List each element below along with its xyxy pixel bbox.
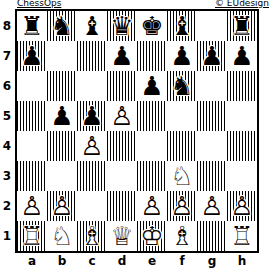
square-f3[interactable]: ♞♘: [167, 161, 197, 191]
piece-white-pawn[interactable]: ♙: [77, 131, 107, 161]
square-g7[interactable]: ♟: [197, 41, 227, 71]
square-f8[interactable]: ♝: [167, 11, 197, 41]
piece-black-pawn[interactable]: ♟: [107, 41, 137, 71]
square-c1[interactable]: ♝♗: [77, 221, 107, 251]
file-label-e: e: [137, 254, 167, 268]
file-label-g: g: [197, 254, 227, 268]
piece-white-pawn[interactable]: ♙: [227, 191, 257, 221]
square-d1[interactable]: ♛♕: [107, 221, 137, 251]
square-b2[interactable]: ♟♙: [47, 191, 77, 221]
piece-black-pawn[interactable]: ♟: [197, 41, 227, 71]
piece-black-pawn[interactable]: ♟: [47, 101, 77, 131]
square-b3[interactable]: [47, 161, 77, 191]
piece-black-bishop[interactable]: ♝: [77, 11, 107, 41]
piece-black-king[interactable]: ♚: [137, 11, 167, 41]
square-a2[interactable]: ♟♙: [17, 191, 47, 221]
piece-black-rook[interactable]: ♜: [227, 11, 257, 41]
square-e7[interactable]: [137, 41, 167, 71]
piece-white-rook[interactable]: ♖: [17, 221, 47, 251]
square-e6[interactable]: ♟: [137, 71, 167, 101]
square-c5[interactable]: ♟: [77, 101, 107, 131]
file-label-d: d: [107, 254, 137, 268]
square-g6[interactable]: [197, 71, 227, 101]
piece-black-knight[interactable]: ♞: [47, 11, 77, 41]
rank-label-6: 6: [0, 71, 14, 101]
rank-label-2: 2: [0, 191, 14, 221]
square-g3[interactable]: [197, 161, 227, 191]
square-a5[interactable]: [17, 101, 47, 131]
piece-black-bishop[interactable]: ♝: [167, 11, 197, 41]
file-label-b: b: [47, 254, 77, 268]
copyright-text: © EUdesign: [215, 0, 269, 8]
square-h5[interactable]: [227, 101, 257, 131]
piece-white-pawn[interactable]: ♙: [107, 101, 137, 131]
square-e2[interactable]: ♟♙: [137, 191, 167, 221]
square-d2[interactable]: [107, 191, 137, 221]
square-a7[interactable]: ♟: [17, 41, 47, 71]
square-g5[interactable]: [197, 101, 227, 131]
square-b8[interactable]: ♞: [47, 11, 77, 41]
piece-black-pawn[interactable]: ♟: [137, 71, 167, 101]
piece-black-pawn[interactable]: ♟: [167, 41, 197, 71]
square-c4[interactable]: ♟♙: [77, 131, 107, 161]
square-b6[interactable]: [47, 71, 77, 101]
piece-white-knight[interactable]: ♘: [47, 221, 77, 251]
square-h1[interactable]: ♜♖: [227, 221, 257, 251]
piece-black-rook[interactable]: ♜: [17, 11, 47, 41]
piece-white-pawn[interactable]: ♙: [167, 191, 197, 221]
piece-white-pawn[interactable]: ♙: [137, 191, 167, 221]
square-a8[interactable]: ♜: [17, 11, 47, 41]
rank-label-7: 7: [0, 41, 14, 71]
piece-black-pawn[interactable]: ♟: [227, 41, 257, 71]
square-f6[interactable]: ♞: [167, 71, 197, 101]
square-d3[interactable]: [107, 161, 137, 191]
chess-board: ♜♞♝♛♚♝♜♟♟♟♟♟♟♞♟♟♟♙♟♙♞♘♟♙♟♙♟♙♟♙♟♙♟♙♜♖♞♘♝♗…: [15, 9, 259, 253]
square-e8[interactable]: ♚: [137, 11, 167, 41]
square-h7[interactable]: ♟: [227, 41, 257, 71]
square-b1[interactable]: ♞♘: [47, 221, 77, 251]
square-b5[interactable]: ♟: [47, 101, 77, 131]
square-e1[interactable]: ♚♔: [137, 221, 167, 251]
square-g1[interactable]: [197, 221, 227, 251]
square-c8[interactable]: ♝: [77, 11, 107, 41]
square-f2[interactable]: ♟♙: [167, 191, 197, 221]
piece-white-knight[interactable]: ♘: [167, 161, 197, 191]
file-label-h: h: [227, 254, 257, 268]
square-f5[interactable]: [167, 101, 197, 131]
square-f1[interactable]: ♝♗: [167, 221, 197, 251]
file-label-f: f: [167, 254, 197, 268]
square-f4[interactable]: [167, 131, 197, 161]
piece-black-pawn[interactable]: ♟: [77, 101, 107, 131]
square-g8[interactable]: [197, 11, 227, 41]
square-h2[interactable]: ♟♙: [227, 191, 257, 221]
square-h4[interactable]: [227, 131, 257, 161]
square-c6[interactable]: [77, 71, 107, 101]
rank-label-3: 3: [0, 161, 14, 191]
piece-white-bishop[interactable]: ♗: [167, 221, 197, 251]
square-d7[interactable]: ♟: [107, 41, 137, 71]
rank-label-8: 8: [0, 11, 14, 41]
square-g2[interactable]: ♟♙: [197, 191, 227, 221]
piece-white-pawn[interactable]: ♙: [17, 191, 47, 221]
piece-black-pawn[interactable]: ♟: [17, 41, 47, 71]
square-g4[interactable]: [197, 131, 227, 161]
piece-white-king[interactable]: ♔: [137, 221, 167, 251]
rank-label-1: 1: [0, 221, 14, 251]
square-c2[interactable]: [77, 191, 107, 221]
square-a4[interactable]: [17, 131, 47, 161]
square-d6[interactable]: [107, 71, 137, 101]
square-h6[interactable]: [227, 71, 257, 101]
square-a3[interactable]: [17, 161, 47, 191]
square-b4[interactable]: [47, 131, 77, 161]
piece-white-pawn[interactable]: ♙: [197, 191, 227, 221]
square-d8[interactable]: ♛: [107, 11, 137, 41]
square-d5[interactable]: ♟♙: [107, 101, 137, 131]
rank-label-5: 5: [0, 101, 14, 131]
file-label-c: c: [77, 254, 107, 268]
piece-black-queen[interactable]: ♛: [107, 11, 137, 41]
piece-black-knight[interactable]: ♞: [167, 71, 197, 101]
square-a6[interactable]: [17, 71, 47, 101]
square-d4[interactable]: [107, 131, 137, 161]
rank-label-4: 4: [0, 131, 14, 161]
square-c3[interactable]: [77, 161, 107, 191]
square-a1[interactable]: ♜♖: [17, 221, 47, 251]
piece-white-queen[interactable]: ♕: [107, 221, 137, 251]
app-title: ChessOps: [17, 0, 61, 8]
square-e3[interactable]: [137, 161, 167, 191]
square-h8[interactable]: ♜: [227, 11, 257, 41]
square-e5[interactable]: [137, 101, 167, 131]
file-label-a: a: [17, 254, 47, 268]
piece-white-pawn[interactable]: ♙: [47, 191, 77, 221]
square-f7[interactable]: ♟: [167, 41, 197, 71]
piece-white-bishop[interactable]: ♗: [77, 221, 107, 251]
square-e4[interactable]: [137, 131, 167, 161]
square-b7[interactable]: [47, 41, 77, 71]
square-h3[interactable]: [227, 161, 257, 191]
square-c7[interactable]: [77, 41, 107, 71]
piece-white-rook[interactable]: ♖: [227, 221, 257, 251]
